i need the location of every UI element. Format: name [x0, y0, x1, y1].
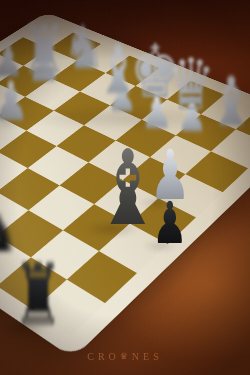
crown-icon: ♛ — [120, 351, 132, 361]
brand-text-prefix: CRO — [87, 351, 120, 362]
piece-white-pawn-h3[interactable]: ♟ — [0, 74, 29, 128]
chess-photo-scene: ♟♟♟♟♟♜♞♝♚♛♝♟♟♝♟♞♜ CRO♛NES — [0, 0, 250, 375]
piece-black-rook-g7[interactable]: ♜ — [13, 253, 63, 337]
piece-black-pawn-e5[interactable]: ♟ — [152, 194, 188, 252]
brand-text-suffix: NES — [132, 351, 163, 362]
brand-watermark: CRO♛NES — [0, 351, 250, 362]
pieces-layer: ♟♟♟♟♟♜♞♝♚♛♝♟♟♝♟♞♜ — [0, 0, 250, 375]
piece-white-bishop-c1[interactable]: ♝ — [208, 68, 250, 136]
